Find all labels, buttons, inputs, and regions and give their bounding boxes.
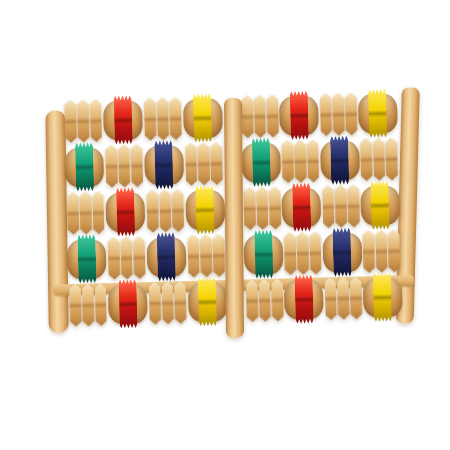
- roller-ridge: [82, 283, 95, 326]
- roller-ridge: [90, 99, 103, 142]
- spike-band-red: [292, 182, 311, 231]
- spike-band-yellow: [373, 272, 392, 321]
- roller-ridge: [159, 189, 172, 232]
- roller-red: [279, 93, 319, 137]
- roller-green: [67, 237, 107, 281]
- roller-ridge: [332, 93, 345, 136]
- roller-wood: [67, 191, 105, 235]
- spike-band-blue: [332, 227, 351, 276]
- spike-band-yellow: [370, 180, 389, 229]
- roller-yellow: [187, 280, 227, 324]
- roller-ridge: [373, 137, 386, 180]
- spike-band-yellow: [193, 93, 212, 142]
- roller-ridge: [105, 144, 118, 187]
- roller-wood: [241, 94, 279, 138]
- roller-wood: [144, 97, 182, 141]
- spike-band-yellow: [368, 88, 387, 137]
- roller-cell: [65, 189, 106, 236]
- roller-ridge: [266, 94, 279, 137]
- spike-band-green: [252, 137, 271, 186]
- roller-yellow: [358, 91, 398, 135]
- roller-blue: [320, 138, 360, 182]
- roller-ridge: [319, 93, 332, 136]
- roller-wood: [64, 99, 102, 143]
- roller-ridge: [210, 142, 223, 185]
- roller-cell: [361, 228, 401, 275]
- roller-ridge: [144, 97, 157, 140]
- roller-ridge: [284, 232, 297, 275]
- roller-cell: [280, 138, 320, 185]
- roller-ridge: [174, 281, 187, 324]
- roller-cell: [284, 276, 324, 323]
- roller-wood: [108, 236, 146, 280]
- roller-cell: [66, 235, 107, 282]
- roller-ridge: [92, 191, 105, 234]
- roller-green: [244, 232, 284, 276]
- spike-band-green: [254, 229, 273, 278]
- roller-wood: [322, 184, 360, 228]
- roller-ridge: [120, 236, 133, 279]
- roller-ridge: [375, 229, 388, 272]
- spike-band-yellow: [198, 277, 217, 326]
- roller-ridge: [385, 137, 398, 180]
- roller-cell: [357, 90, 397, 137]
- roller-ridge: [149, 281, 162, 324]
- roller-ridge: [156, 97, 169, 140]
- spike-band-red: [290, 90, 309, 139]
- roller-ridge: [360, 138, 373, 181]
- roller-cell: [104, 142, 145, 189]
- roller-wood: [243, 186, 281, 230]
- product-photo-background: [0, 0, 450, 450]
- roller-ridge: [171, 189, 184, 232]
- roller-wood: [284, 231, 322, 275]
- roller-cell: [142, 95, 183, 142]
- roller-cell: [242, 185, 282, 232]
- roller-ridge: [258, 279, 271, 322]
- roller-cell: [240, 93, 280, 140]
- spike-band-blue: [154, 140, 173, 189]
- roller-cell: [64, 143, 105, 190]
- foot-massager: [43, 87, 421, 347]
- spike-band-red: [294, 274, 313, 323]
- roller-ridge: [309, 231, 322, 274]
- roller-green: [64, 145, 104, 189]
- roller-ridge: [64, 100, 77, 143]
- roller-ridge: [212, 234, 225, 277]
- roller-cell: [283, 230, 323, 277]
- roller-ridge: [108, 236, 121, 279]
- roller-cell: [281, 184, 321, 231]
- roller-ridge: [185, 142, 198, 185]
- roller-ridge: [131, 144, 144, 187]
- roller-cell: [245, 277, 285, 324]
- roller-ridge: [296, 232, 309, 275]
- roller-panel-left: [63, 94, 228, 328]
- roller-cell: [186, 232, 227, 279]
- roller-ridge: [269, 186, 282, 229]
- roller-ridge: [347, 184, 360, 227]
- roller-red: [105, 190, 145, 234]
- roller-wood: [105, 144, 143, 188]
- roller-cell: [241, 139, 281, 186]
- roller-cell: [318, 91, 358, 138]
- roller-wood: [246, 278, 284, 322]
- roller-blue: [144, 143, 184, 187]
- roller-blue: [322, 230, 362, 274]
- roller-ridge: [256, 187, 269, 230]
- roller-cell: [184, 186, 225, 233]
- roller-cell: [105, 188, 146, 235]
- roller-ridge: [69, 283, 82, 326]
- roller-red: [282, 185, 322, 229]
- roller-cell: [183, 140, 224, 187]
- spike-band-red: [118, 279, 137, 328]
- roller-wood: [187, 234, 225, 278]
- roller-ridge: [169, 97, 182, 140]
- roller-ridge: [187, 234, 200, 277]
- roller-ridge: [79, 191, 92, 234]
- roller-cell: [321, 183, 361, 230]
- roller-ridge: [388, 229, 401, 272]
- roller-wood: [281, 139, 319, 183]
- roller-yellow: [360, 183, 400, 227]
- roller-cell: [103, 96, 144, 143]
- roller-wood: [324, 276, 362, 320]
- roller-ridge: [246, 279, 259, 322]
- roller-ridge: [322, 185, 335, 228]
- roller-cell: [360, 182, 400, 229]
- roller-ridge: [146, 189, 159, 232]
- roller-ridge: [241, 95, 254, 138]
- roller-green: [241, 140, 281, 184]
- roller-ridge: [243, 187, 256, 230]
- roller-red: [103, 98, 143, 142]
- roller-wood: [185, 142, 223, 186]
- roller-cell: [182, 94, 223, 141]
- roller-cell: [187, 278, 228, 325]
- roller-ridge: [362, 230, 375, 273]
- roller-ridge: [307, 139, 320, 182]
- roller-cell: [279, 92, 319, 139]
- roller-ridge: [334, 185, 347, 228]
- roller-cell: [147, 279, 188, 326]
- roller-ridge: [94, 283, 107, 326]
- roller-ridge: [281, 140, 294, 183]
- roller-ridge: [200, 234, 213, 277]
- roller-cell: [323, 275, 363, 322]
- roller-panel-right: [240, 90, 403, 324]
- roller-wood: [360, 137, 398, 181]
- spike-band-green: [75, 142, 94, 191]
- roller-ridge: [254, 95, 267, 138]
- roller-cell: [146, 233, 187, 280]
- roller-ridge: [118, 144, 131, 187]
- roller-ridge: [271, 278, 284, 321]
- roller-yellow: [362, 275, 402, 319]
- roller-wood: [362, 229, 400, 273]
- roller-cell: [243, 231, 283, 278]
- spike-band-blue: [330, 135, 349, 184]
- roller-cell: [144, 141, 185, 188]
- roller-ridge: [345, 92, 358, 135]
- roller-cell: [145, 187, 186, 234]
- roller-ridge: [294, 140, 307, 183]
- roller-ridge: [350, 276, 363, 319]
- spike-band-red: [116, 187, 135, 236]
- roller-ridge: [67, 192, 80, 235]
- spike-band-red: [113, 95, 132, 144]
- roller-blue: [146, 235, 186, 279]
- spike-band-green: [77, 234, 96, 283]
- roller-cell: [362, 274, 402, 321]
- roller-ridge: [197, 142, 210, 185]
- roller-cell: [106, 234, 147, 281]
- roller-cell: [319, 137, 359, 184]
- roller-ridge: [337, 276, 350, 319]
- roller-ridge: [77, 99, 90, 142]
- roller-cell: [322, 229, 362, 276]
- spike-band-blue: [157, 232, 176, 281]
- roller-cell: [68, 281, 109, 328]
- frame-center-divider: [224, 98, 244, 338]
- roller-red: [284, 277, 324, 321]
- roller-wood: [146, 189, 184, 233]
- roller-cell: [359, 136, 399, 183]
- roller-ridge: [161, 281, 174, 324]
- roller-wood: [319, 92, 357, 136]
- roller-yellow: [185, 188, 225, 232]
- roller-wood: [69, 283, 107, 327]
- roller-cell: [107, 280, 148, 327]
- roller-ridge: [324, 277, 337, 320]
- roller-cell: [63, 97, 104, 144]
- spike-band-yellow: [195, 185, 214, 234]
- roller-red: [108, 282, 148, 326]
- roller-yellow: [182, 96, 222, 140]
- roller-ridge: [133, 236, 146, 279]
- roller-wood: [149, 281, 187, 325]
